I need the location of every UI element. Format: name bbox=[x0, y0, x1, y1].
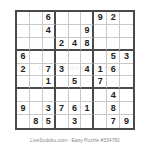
cell-r9c9[interactable]: 9 bbox=[120, 115, 133, 128]
cell-r1c2[interactable] bbox=[30, 12, 43, 25]
cell-r3c3[interactable] bbox=[43, 38, 56, 51]
cell-r3c5[interactable]: 4 bbox=[69, 38, 82, 51]
cell-r5c8[interactable]: 6 bbox=[107, 64, 120, 77]
cell-r9c7[interactable] bbox=[94, 115, 107, 128]
cell-r2c3[interactable]: 4 bbox=[43, 25, 56, 38]
cell-r2c1[interactable] bbox=[17, 25, 30, 38]
cell-r8c2[interactable] bbox=[30, 102, 43, 115]
cell-r1c1[interactable] bbox=[17, 12, 30, 25]
cell-r5c6[interactable]: 4 bbox=[81, 64, 94, 77]
cell-r7c2[interactable] bbox=[30, 89, 43, 102]
cell-r2c2[interactable] bbox=[30, 25, 43, 38]
cell-r2c5[interactable] bbox=[69, 25, 82, 38]
cell-r9c4[interactable] bbox=[56, 115, 69, 128]
cell-r8c8[interactable]: 8 bbox=[107, 102, 120, 115]
cell-r2c6[interactable]: 9 bbox=[81, 25, 94, 38]
cell-r7c9[interactable] bbox=[120, 89, 133, 102]
cell-r6c7[interactable]: 7 bbox=[94, 76, 107, 89]
cell-r1c7[interactable]: 9 bbox=[94, 12, 107, 25]
cell-r4c4[interactable] bbox=[56, 51, 69, 64]
cell-r6c5[interactable]: 5 bbox=[69, 76, 82, 89]
cell-r4c6[interactable] bbox=[81, 51, 94, 64]
cell-r7c3[interactable] bbox=[43, 89, 56, 102]
cell-r7c8[interactable]: 4 bbox=[107, 89, 120, 102]
cell-r2c4[interactable] bbox=[56, 25, 69, 38]
sudoku-board: 69249248653273416157493761885379 bbox=[15, 10, 135, 130]
cell-r3c8[interactable] bbox=[107, 38, 120, 51]
cell-r8c1[interactable]: 9 bbox=[17, 102, 30, 115]
cell-r5c2[interactable] bbox=[30, 64, 43, 77]
cell-r8c5[interactable]: 6 bbox=[69, 102, 82, 115]
cell-r4c7[interactable] bbox=[94, 51, 107, 64]
cell-r3c4[interactable]: 2 bbox=[56, 38, 69, 51]
cell-r3c2[interactable] bbox=[30, 38, 43, 51]
cell-r3c1[interactable] bbox=[17, 38, 30, 51]
cell-r4c3[interactable] bbox=[43, 51, 56, 64]
cell-r4c9[interactable]: 3 bbox=[120, 51, 133, 64]
cell-r4c1[interactable]: 6 bbox=[17, 51, 30, 64]
cell-r8c4[interactable]: 7 bbox=[56, 102, 69, 115]
cell-r8c6[interactable]: 1 bbox=[81, 102, 94, 115]
cell-r1c6[interactable] bbox=[81, 12, 94, 25]
cell-r2c7[interactable] bbox=[94, 25, 107, 38]
cell-r7c1[interactable] bbox=[17, 89, 30, 102]
cell-r1c5[interactable] bbox=[69, 12, 82, 25]
cell-r8c3[interactable]: 3 bbox=[43, 102, 56, 115]
sudoku-page: 69249248653273416157493761885379 LiveSud… bbox=[0, 0, 150, 150]
cell-r6c4[interactable] bbox=[56, 76, 69, 89]
cell-r1c3[interactable]: 6 bbox=[43, 12, 56, 25]
cell-r3c7[interactable] bbox=[94, 38, 107, 51]
cell-r5c9[interactable] bbox=[120, 64, 133, 77]
cell-r9c8[interactable]: 7 bbox=[107, 115, 120, 128]
cell-r2c9[interactable] bbox=[120, 25, 133, 38]
cell-r8c7[interactable] bbox=[94, 102, 107, 115]
cell-r7c5[interactable] bbox=[69, 89, 82, 102]
cell-r1c8[interactable]: 2 bbox=[107, 12, 120, 25]
cell-r6c2[interactable] bbox=[30, 76, 43, 89]
cell-r9c6[interactable] bbox=[81, 115, 94, 128]
cell-r1c4[interactable] bbox=[56, 12, 69, 25]
cell-r7c6[interactable] bbox=[81, 89, 94, 102]
cell-r9c2[interactable]: 8 bbox=[30, 115, 43, 128]
cell-r7c7[interactable] bbox=[94, 89, 107, 102]
cell-r3c9[interactable] bbox=[120, 38, 133, 51]
cell-r4c2[interactable] bbox=[30, 51, 43, 64]
cell-r1c9[interactable] bbox=[120, 12, 133, 25]
cell-r9c1[interactable] bbox=[17, 115, 30, 128]
cell-r4c5[interactable] bbox=[69, 51, 82, 64]
cell-r6c1[interactable] bbox=[17, 76, 30, 89]
cell-r9c5[interactable]: 3 bbox=[69, 115, 82, 128]
cell-r6c3[interactable]: 1 bbox=[43, 76, 56, 89]
cell-r5c7[interactable]: 1 bbox=[94, 64, 107, 77]
cell-r3c6[interactable]: 8 bbox=[81, 38, 94, 51]
cell-r6c8[interactable] bbox=[107, 76, 120, 89]
cell-r4c8[interactable]: 5 bbox=[107, 51, 120, 64]
cell-r5c1[interactable]: 2 bbox=[17, 64, 30, 77]
cell-r8c9[interactable] bbox=[120, 102, 133, 115]
cell-r5c4[interactable]: 3 bbox=[56, 64, 69, 77]
cell-r9c3[interactable]: 5 bbox=[43, 115, 56, 128]
cell-r6c6[interactable] bbox=[81, 76, 94, 89]
cell-r5c3[interactable]: 7 bbox=[43, 64, 56, 77]
footer-caption: LiveSudoku.com - Easy Puzzle #334782 bbox=[0, 137, 150, 143]
cell-r6c9[interactable] bbox=[120, 76, 133, 89]
cell-r2c8[interactable] bbox=[107, 25, 120, 38]
cell-r7c4[interactable] bbox=[56, 89, 69, 102]
cell-r5c5[interactable] bbox=[69, 64, 82, 77]
